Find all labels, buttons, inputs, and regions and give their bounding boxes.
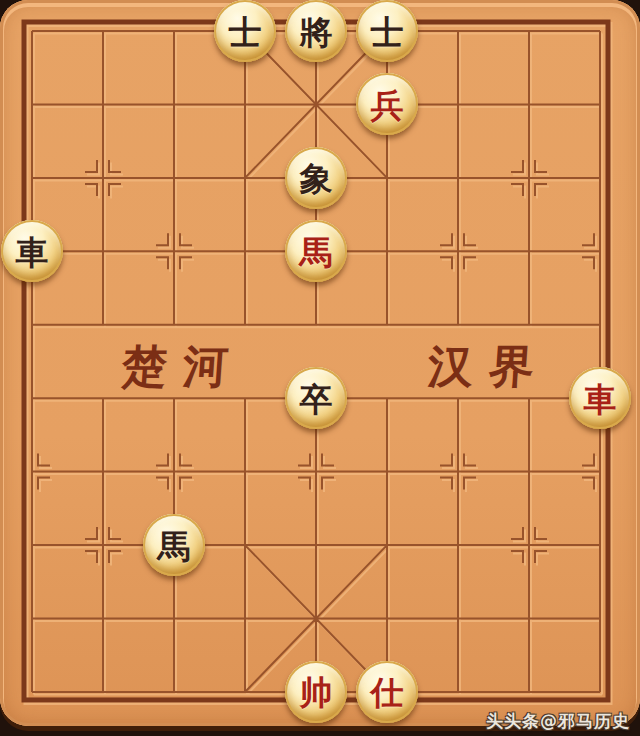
piece-layer: 士將士兵象車馬卒車馬帅仕 — [0, 0, 636, 729]
black-soldier-piece[interactable]: 卒 — [285, 367, 347, 429]
piece-glyph: 車 — [16, 236, 49, 269]
piece-glyph: 仕 — [371, 676, 404, 709]
piece-glyph: 車 — [584, 383, 617, 416]
piece-glyph: 士 — [371, 16, 404, 49]
piece-glyph: 馬 — [300, 236, 333, 269]
red-horse-piece[interactable]: 馬 — [285, 220, 347, 282]
xiangqi-board: 楚河 汉界 士將士兵象車馬卒車馬帅仕 — [0, 0, 640, 726]
red-chariot-piece[interactable]: 車 — [569, 367, 631, 429]
black-elephant-piece[interactable]: 象 — [285, 147, 347, 209]
red-soldier-piece[interactable]: 兵 — [356, 73, 418, 135]
black-advisor-right-piece[interactable]: 士 — [356, 0, 418, 62]
black-horse-piece[interactable]: 馬 — [143, 514, 205, 576]
piece-glyph: 兵 — [371, 89, 404, 122]
black-general-piece[interactable]: 將 — [285, 0, 347, 62]
piece-glyph: 卒 — [300, 383, 333, 416]
red-general-piece[interactable]: 帅 — [285, 661, 347, 723]
watermark: 头头条@邪马历史 — [486, 710, 630, 733]
piece-glyph: 帅 — [300, 676, 333, 709]
black-chariot-piece[interactable]: 車 — [1, 220, 63, 282]
piece-glyph: 將 — [300, 16, 333, 49]
page: { "game": "xiangqi", "board": { "files":… — [0, 0, 640, 736]
black-advisor-left-piece[interactable]: 士 — [214, 0, 276, 62]
red-advisor-piece[interactable]: 仕 — [356, 661, 418, 723]
piece-glyph: 士 — [229, 16, 262, 49]
piece-glyph: 象 — [300, 162, 333, 195]
piece-glyph: 馬 — [158, 530, 191, 563]
